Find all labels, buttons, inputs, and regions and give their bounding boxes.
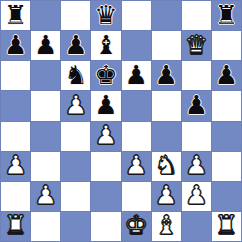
square-d5[interactable]: ♟ (91, 91, 120, 120)
square-g1[interactable] (182, 212, 211, 241)
square-d8[interactable]: ♛ (91, 1, 120, 30)
square-b7[interactable]: ♟ (31, 31, 60, 60)
piece-white-pawn[interactable]: ♟ (4, 152, 27, 178)
square-f4[interactable] (152, 122, 181, 151)
piece-white-pawn[interactable]: ♟ (124, 152, 147, 178)
piece-black-pawn[interactable]: ♟ (94, 92, 117, 118)
square-a1[interactable]: ♜ (1, 212, 30, 241)
square-a5[interactable] (1, 91, 30, 120)
piece-black-bishop[interactable]: ♝ (94, 32, 117, 58)
square-c5[interactable]: ♟ (61, 91, 90, 120)
square-c2[interactable] (61, 182, 90, 211)
piece-black-rook[interactable]: ♜ (215, 2, 238, 28)
piece-black-pawn[interactable]: ♟ (215, 62, 238, 88)
piece-black-king[interactable]: ♚ (94, 62, 117, 88)
piece-white-rook[interactable]: ♜ (4, 212, 27, 238)
square-f2[interactable]: ♟ (152, 182, 181, 211)
piece-black-knight[interactable]: ♞ (64, 62, 87, 88)
square-g7[interactable]: ♛ (182, 31, 211, 60)
square-f6[interactable]: ♟ (152, 61, 181, 90)
piece-white-pawn[interactable]: ♟ (94, 122, 117, 148)
square-d7[interactable]: ♝ (91, 31, 120, 60)
square-g6[interactable] (182, 61, 211, 90)
piece-white-bishop[interactable]: ♝ (155, 212, 178, 238)
square-g8[interactable] (182, 1, 211, 30)
square-c4[interactable] (61, 122, 90, 151)
square-e5[interactable] (122, 91, 151, 120)
square-d6[interactable]: ♚ (91, 61, 120, 90)
piece-black-rook[interactable]: ♜ (4, 2, 27, 28)
square-a4[interactable] (1, 122, 30, 151)
square-d3[interactable] (91, 152, 120, 181)
piece-white-pawn[interactable]: ♟ (185, 182, 208, 208)
piece-white-king[interactable]: ♚ (124, 212, 147, 238)
piece-black-pawn[interactable]: ♟ (185, 92, 208, 118)
square-e6[interactable]: ♟ (122, 61, 151, 90)
square-b3[interactable] (31, 152, 60, 181)
piece-black-pawn[interactable]: ♟ (124, 62, 147, 88)
square-h6[interactable]: ♟ (212, 61, 241, 90)
square-h4[interactable] (212, 122, 241, 151)
piece-white-pawn[interactable]: ♟ (64, 92, 87, 118)
square-b5[interactable] (31, 91, 60, 120)
square-d1[interactable] (91, 212, 120, 241)
square-b6[interactable] (31, 61, 60, 90)
square-f1[interactable]: ♝ (152, 212, 181, 241)
square-c1[interactable] (61, 212, 90, 241)
piece-white-pawn[interactable]: ♟ (155, 182, 178, 208)
piece-black-queen[interactable]: ♛ (94, 2, 117, 28)
square-a3[interactable]: ♟ (1, 152, 30, 181)
square-e4[interactable] (122, 122, 151, 151)
square-c8[interactable] (61, 1, 90, 30)
square-a6[interactable] (1, 61, 30, 90)
square-c6[interactable]: ♞ (61, 61, 90, 90)
piece-white-knight[interactable]: ♞ (155, 152, 178, 178)
square-h3[interactable] (212, 152, 241, 181)
piece-black-pawn[interactable]: ♟ (4, 32, 27, 58)
square-f8[interactable] (152, 1, 181, 30)
square-h8[interactable]: ♜ (212, 1, 241, 30)
square-h2[interactable] (212, 182, 241, 211)
square-h1[interactable]: ♜ (212, 212, 241, 241)
square-c3[interactable] (61, 152, 90, 181)
square-b2[interactable]: ♟ (31, 182, 60, 211)
square-a2[interactable] (1, 182, 30, 211)
square-f5[interactable] (152, 91, 181, 120)
piece-black-pawn[interactable]: ♟ (34, 32, 57, 58)
square-d2[interactable] (91, 182, 120, 211)
square-h5[interactable] (212, 91, 241, 120)
square-b4[interactable] (31, 122, 60, 151)
square-a7[interactable]: ♟ (1, 31, 30, 60)
chess-board: ♜♛♜♟♟♟♝♛♞♚♟♟♟♟♟♟♟♟♟♞♟♟♟♟♜♚♝♜ (0, 0, 242, 242)
square-e3[interactable]: ♟ (122, 152, 151, 181)
piece-white-pawn[interactable]: ♟ (34, 182, 57, 208)
square-d4[interactable]: ♟ (91, 122, 120, 151)
square-e8[interactable] (122, 1, 151, 30)
square-h7[interactable] (212, 31, 241, 60)
square-a8[interactable]: ♜ (1, 1, 30, 30)
square-b1[interactable] (31, 212, 60, 241)
square-g3[interactable]: ♟ (182, 152, 211, 181)
square-g2[interactable]: ♟ (182, 182, 211, 211)
square-e7[interactable] (122, 31, 151, 60)
square-c7[interactable]: ♟ (61, 31, 90, 60)
square-g5[interactable]: ♟ (182, 91, 211, 120)
piece-white-rook[interactable]: ♜ (215, 212, 238, 238)
square-e2[interactable] (122, 182, 151, 211)
square-e1[interactable]: ♚ (122, 212, 151, 241)
piece-white-pawn[interactable]: ♟ (185, 152, 208, 178)
square-f7[interactable] (152, 31, 181, 60)
piece-black-pawn[interactable]: ♟ (64, 32, 87, 58)
square-g4[interactable] (182, 122, 211, 151)
square-b8[interactable] (31, 1, 60, 30)
piece-black-pawn[interactable]: ♟ (155, 62, 178, 88)
square-f3[interactable]: ♞ (152, 152, 181, 181)
piece-white-queen[interactable]: ♛ (185, 32, 208, 58)
